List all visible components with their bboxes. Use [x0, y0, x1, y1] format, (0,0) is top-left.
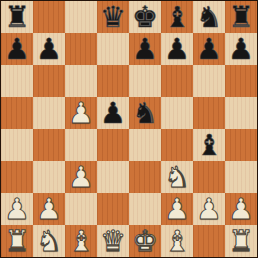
square-f2[interactable]: ♟	[161, 193, 193, 225]
square-h4[interactable]	[225, 129, 257, 161]
square-e8[interactable]: ♚	[129, 1, 161, 33]
piece-black-knight: ♞	[193, 1, 225, 33]
piece-white-pawn: ♟	[65, 97, 97, 129]
square-e2[interactable]	[129, 193, 161, 225]
square-b5[interactable]	[33, 97, 65, 129]
piece-white-pawn: ♟	[65, 161, 97, 193]
square-b2[interactable]: ♟	[33, 193, 65, 225]
square-d8[interactable]: ♛	[97, 1, 129, 33]
square-g8[interactable]: ♞	[193, 1, 225, 33]
square-d1[interactable]: ♛	[97, 225, 129, 257]
square-b3[interactable]	[33, 161, 65, 193]
piece-white-knight: ♞	[161, 161, 193, 193]
square-a2[interactable]: ♟	[1, 193, 33, 225]
square-c3[interactable]: ♟	[65, 161, 97, 193]
square-b7[interactable]: ♟	[33, 33, 65, 65]
square-b1[interactable]: ♞	[33, 225, 65, 257]
square-e5[interactable]: ♞	[129, 97, 161, 129]
piece-black-pawn: ♟	[129, 33, 161, 65]
square-f3[interactable]: ♞	[161, 161, 193, 193]
piece-white-rook: ♜	[1, 225, 33, 257]
square-c1[interactable]: ♝	[65, 225, 97, 257]
piece-black-pawn: ♟	[33, 33, 65, 65]
square-a5[interactable]	[1, 97, 33, 129]
square-b6[interactable]	[33, 65, 65, 97]
square-g1[interactable]	[193, 225, 225, 257]
square-d3[interactable]	[97, 161, 129, 193]
square-e1[interactable]: ♚	[129, 225, 161, 257]
piece-white-pawn: ♟	[225, 193, 257, 225]
square-g3[interactable]	[193, 161, 225, 193]
square-f4[interactable]	[161, 129, 193, 161]
square-c6[interactable]	[65, 65, 97, 97]
piece-black-queen: ♛	[97, 1, 129, 33]
square-g4[interactable]: ♝	[193, 129, 225, 161]
piece-white-pawn: ♟	[33, 193, 65, 225]
square-e6[interactable]	[129, 65, 161, 97]
square-h3[interactable]	[225, 161, 257, 193]
square-d4[interactable]	[97, 129, 129, 161]
square-h1[interactable]: ♜	[225, 225, 257, 257]
square-a8[interactable]: ♜	[1, 1, 33, 33]
square-f6[interactable]	[161, 65, 193, 97]
piece-black-pawn: ♟	[225, 33, 257, 65]
piece-black-bishop: ♝	[193, 129, 225, 161]
square-b4[interactable]	[33, 129, 65, 161]
square-g5[interactable]	[193, 97, 225, 129]
square-c5[interactable]: ♟	[65, 97, 97, 129]
piece-white-pawn: ♟	[193, 193, 225, 225]
square-d6[interactable]	[97, 65, 129, 97]
square-a3[interactable]	[1, 161, 33, 193]
square-a7[interactable]: ♟	[1, 33, 33, 65]
piece-black-rook: ♜	[1, 1, 33, 33]
piece-black-knight: ♞	[129, 97, 161, 129]
square-h5[interactable]	[225, 97, 257, 129]
piece-black-pawn: ♟	[193, 33, 225, 65]
square-a1[interactable]: ♜	[1, 225, 33, 257]
square-g6[interactable]	[193, 65, 225, 97]
square-h6[interactable]	[225, 65, 257, 97]
square-c8[interactable]	[65, 1, 97, 33]
square-f7[interactable]: ♟	[161, 33, 193, 65]
square-b8[interactable]	[33, 1, 65, 33]
piece-white-knight: ♞	[33, 225, 65, 257]
square-c7[interactable]	[65, 33, 97, 65]
piece-white-queen: ♛	[97, 225, 129, 257]
chess-board-container: ♜♛♚♝♞♜♟♟♟♟♟♟♟♟♞♝♟♞♟♟♟♟♟♜♞♝♛♚♝♜	[0, 0, 258, 258]
square-f8[interactable]: ♝	[161, 1, 193, 33]
piece-black-king: ♚	[129, 1, 161, 33]
square-f1[interactable]: ♝	[161, 225, 193, 257]
square-g7[interactable]: ♟	[193, 33, 225, 65]
piece-white-rook: ♜	[225, 225, 257, 257]
square-e4[interactable]	[129, 129, 161, 161]
chess-board: ♜♛♚♝♞♜♟♟♟♟♟♟♟♟♞♝♟♞♟♟♟♟♟♜♞♝♛♚♝♜	[0, 0, 258, 258]
square-d7[interactable]	[97, 33, 129, 65]
piece-black-pawn: ♟	[97, 97, 129, 129]
square-h8[interactable]: ♜	[225, 1, 257, 33]
piece-black-pawn: ♟	[161, 33, 193, 65]
square-e3[interactable]	[129, 161, 161, 193]
square-g2[interactable]: ♟	[193, 193, 225, 225]
square-a4[interactable]	[1, 129, 33, 161]
piece-black-rook: ♜	[225, 1, 257, 33]
piece-black-pawn: ♟	[1, 33, 33, 65]
square-c2[interactable]	[65, 193, 97, 225]
piece-white-king: ♚	[129, 225, 161, 257]
square-h2[interactable]: ♟	[225, 193, 257, 225]
piece-black-bishop: ♝	[161, 1, 193, 33]
piece-white-bishop: ♝	[161, 225, 193, 257]
square-h7[interactable]: ♟	[225, 33, 257, 65]
piece-white-bishop: ♝	[65, 225, 97, 257]
square-d2[interactable]	[97, 193, 129, 225]
piece-white-pawn: ♟	[161, 193, 193, 225]
square-e7[interactable]: ♟	[129, 33, 161, 65]
square-f5[interactable]	[161, 97, 193, 129]
square-d5[interactable]: ♟	[97, 97, 129, 129]
square-c4[interactable]	[65, 129, 97, 161]
piece-white-pawn: ♟	[1, 193, 33, 225]
square-a6[interactable]	[1, 65, 33, 97]
